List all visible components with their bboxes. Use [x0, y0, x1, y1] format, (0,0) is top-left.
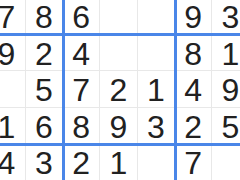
sudoku-cell-r1c7[interactable]: 3	[212, 0, 240, 35]
sudoku-grid: 7869392481572149168932543217	[0, 0, 240, 180]
box-border-horizontal-bottom	[0, 143, 240, 146]
sudoku-cell-r2c2[interactable]: 2	[26, 35, 63, 72]
box-border-horizontal-top	[0, 33, 240, 36]
sudoku-cell-r4c4[interactable]: 9	[100, 108, 137, 145]
sudoku-cell-r5c1[interactable]: 4	[0, 144, 26, 180]
sudoku-cell-r1c5[interactable]	[138, 0, 175, 35]
sudoku-cell-r5c3[interactable]: 2	[63, 144, 100, 180]
sudoku-cell-r1c4[interactable]	[100, 0, 137, 35]
sudoku-cell-r5c4[interactable]: 1	[100, 144, 137, 180]
sudoku-cell-r3c3[interactable]: 7	[63, 71, 100, 108]
sudoku-cell-r2c7[interactable]: 1	[212, 35, 240, 72]
sudoku-cell-r3c2[interactable]: 5	[26, 71, 63, 108]
sudoku-cell-r3c6[interactable]: 4	[175, 71, 212, 108]
sudoku-cell-r3c1[interactable]	[0, 71, 26, 108]
sudoku-cell-r3c4[interactable]: 2	[100, 71, 137, 108]
sudoku-cell-r4c6[interactable]: 2	[175, 108, 212, 145]
sudoku-cell-r2c6[interactable]: 8	[175, 35, 212, 72]
sudoku-cell-r2c5[interactable]	[138, 35, 175, 72]
sudoku-cell-r4c3[interactable]: 8	[63, 108, 100, 145]
sudoku-cell-r1c2[interactable]: 8	[26, 0, 63, 35]
sudoku-cell-r5c7[interactable]	[212, 144, 240, 180]
sudoku-cell-r5c2[interactable]: 3	[26, 144, 63, 180]
sudoku-cell-r4c5[interactable]: 3	[138, 108, 175, 145]
sudoku-cell-r1c3[interactable]: 6	[63, 0, 100, 35]
sudoku-cell-r3c7[interactable]: 9	[212, 71, 240, 108]
sudoku-board-viewport: 7869392481572149168932543217	[0, 0, 240, 180]
sudoku-cell-r1c6[interactable]: 9	[175, 0, 212, 35]
sudoku-cell-r4c2[interactable]: 6	[26, 108, 63, 145]
sudoku-cell-r1c1[interactable]: 7	[0, 0, 26, 35]
sudoku-cell-r2c3[interactable]: 4	[63, 35, 100, 72]
sudoku-cell-r3c5[interactable]: 1	[138, 71, 175, 108]
sudoku-cell-r4c1[interactable]: 1	[0, 108, 26, 145]
sudoku-cell-r2c1[interactable]: 9	[0, 35, 26, 72]
sudoku-cell-r4c7[interactable]: 5	[212, 108, 240, 145]
box-border-vertical-left	[62, 0, 65, 180]
sudoku-cell-r5c6[interactable]: 7	[175, 144, 212, 180]
sudoku-cell-r2c4[interactable]	[100, 35, 137, 72]
sudoku-cell-r5c5[interactable]	[138, 144, 175, 180]
box-border-vertical-right	[174, 0, 177, 180]
